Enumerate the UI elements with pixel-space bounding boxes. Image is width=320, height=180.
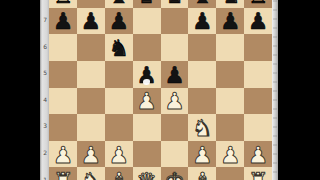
square-c8[interactable]: ♝ xyxy=(105,0,133,8)
square-g7[interactable]: ♟ xyxy=(216,8,244,35)
square-c6[interactable]: ♞ xyxy=(105,34,133,61)
square-e4[interactable]: ♟ xyxy=(161,88,189,115)
square-f1[interactable]: ♝ xyxy=(188,167,216,180)
square-f8[interactable]: ♝ xyxy=(188,0,216,8)
piece-black-rook[interactable]: ♜ xyxy=(248,0,269,7)
piece-black-pawn[interactable]: ♟ xyxy=(192,10,213,33)
square-f2[interactable]: ♟ xyxy=(188,141,216,168)
square-f4[interactable] xyxy=(188,88,216,115)
piece-black-rook[interactable]: ♜ xyxy=(53,0,74,7)
rank-label-7: 7 xyxy=(43,17,47,23)
square-d6[interactable] xyxy=(133,34,161,61)
piece-black-pawn[interactable]: ♟ xyxy=(108,10,129,33)
piece-white-pawn[interactable]: ♟ xyxy=(164,90,185,113)
piece-white-pawn[interactable]: ♟ xyxy=(81,144,102,167)
square-e8[interactable]: ♚ xyxy=(161,0,189,8)
piece-white-bishop[interactable]: ♝ xyxy=(192,170,213,180)
square-c5[interactable] xyxy=(105,61,133,88)
square-f7[interactable]: ♟ xyxy=(188,8,216,35)
square-a5[interactable] xyxy=(49,61,77,88)
square-c4[interactable] xyxy=(105,88,133,115)
square-d5[interactable]: ♟ xyxy=(133,61,161,88)
square-h1[interactable]: ♜ xyxy=(244,167,272,180)
square-d4[interactable]: ♟ xyxy=(133,88,161,115)
rank-label-4: 4 xyxy=(43,97,47,103)
square-b1[interactable]: ♞ xyxy=(77,167,105,180)
piece-black-pawn[interactable]: ♟ xyxy=(220,10,241,33)
square-a6[interactable] xyxy=(49,34,77,61)
piece-black-pawn[interactable]: ♟ xyxy=(248,10,269,33)
piece-black-bishop[interactable]: ♝ xyxy=(192,0,213,7)
square-a2[interactable]: ♟ xyxy=(49,141,77,168)
square-h2[interactable]: ♟ xyxy=(244,141,272,168)
square-h8[interactable]: ♜ xyxy=(244,0,272,8)
rank-label-5: 5 xyxy=(43,70,47,76)
piece-black-pawn[interactable]: ♟ xyxy=(53,10,74,33)
left-coordinate-gutter: 87654321 xyxy=(40,0,49,180)
square-a4[interactable] xyxy=(49,88,77,115)
piece-black-knight[interactable]: ♞ xyxy=(108,37,129,60)
square-b5[interactable] xyxy=(77,61,105,88)
square-d3[interactable] xyxy=(133,114,161,141)
piece-white-king[interactable]: ♚ xyxy=(164,170,185,180)
square-d8[interactable]: ♛ xyxy=(133,0,161,8)
piece-white-pawn[interactable]: ♟ xyxy=(136,90,157,113)
square-h6[interactable] xyxy=(244,34,272,61)
piece-white-knight[interactable]: ♞ xyxy=(192,117,213,140)
rank-label-6: 6 xyxy=(43,44,47,50)
square-g1[interactable] xyxy=(216,167,244,180)
square-c7[interactable]: ♟ xyxy=(105,8,133,35)
square-d7[interactable] xyxy=(133,8,161,35)
square-a7[interactable]: ♟ xyxy=(49,8,77,35)
square-h3[interactable] xyxy=(244,114,272,141)
piece-white-rook[interactable]: ♜ xyxy=(53,170,74,180)
piece-white-pawn[interactable]: ♟ xyxy=(220,144,241,167)
piece-white-pawn[interactable]: ♟ xyxy=(248,144,269,167)
square-b7[interactable]: ♟ xyxy=(77,8,105,35)
piece-white-pawn[interactable]: ♟ xyxy=(192,144,213,167)
square-h7[interactable]: ♟ xyxy=(244,8,272,35)
square-a3[interactable] xyxy=(49,114,77,141)
piece-black-king[interactable]: ♚ xyxy=(164,0,185,7)
piece-white-knight[interactable]: ♞ xyxy=(81,170,102,180)
square-f5[interactable] xyxy=(188,61,216,88)
square-e2[interactable] xyxy=(161,141,189,168)
square-g5[interactable] xyxy=(216,61,244,88)
square-h5[interactable] xyxy=(244,61,272,88)
piece-white-pawn[interactable]: ♟ xyxy=(108,144,129,167)
piece-black-queen[interactable]: ♛ xyxy=(136,0,157,7)
square-b3[interactable] xyxy=(77,114,105,141)
piece-black-knight[interactable]: ♞ xyxy=(220,0,241,7)
piece-white-bishop[interactable]: ♝ xyxy=(108,170,129,180)
square-e3[interactable] xyxy=(161,114,189,141)
piece-black-bishop[interactable]: ♝ xyxy=(108,0,129,7)
square-g3[interactable] xyxy=(216,114,244,141)
right-scrollbar[interactable] xyxy=(272,0,278,180)
square-d1[interactable]: ♛ xyxy=(133,167,161,180)
square-b2[interactable]: ♟ xyxy=(77,141,105,168)
piece-black-pawn[interactable]: ♟ xyxy=(164,64,185,87)
square-f3[interactable]: ♞ xyxy=(188,114,216,141)
chess-board[interactable]: ♜♝♛♚♝♞♜♟♟♟♟♟♟♞♟♟♟♟♞♟♟♟♟♟♟♜♞♝♛♚♝♜ xyxy=(49,0,273,180)
piece-white-pawn[interactable]: ♟ xyxy=(53,144,74,167)
rank-label-2: 2 xyxy=(43,150,47,156)
square-g4[interactable] xyxy=(216,88,244,115)
square-c3[interactable] xyxy=(105,114,133,141)
square-f6[interactable] xyxy=(188,34,216,61)
square-b8[interactable] xyxy=(77,0,105,8)
piece-white-queen[interactable]: ♛ xyxy=(136,170,157,180)
square-a1[interactable]: ♜ xyxy=(49,167,77,180)
rank-label-3: 3 xyxy=(43,123,47,129)
video-frame: 87654321 ♜♝♛♚♝♞♜♟♟♟♟♟♟♞♟♟♟♟♞♟♟♟♟♟♟♜♞♝♛♚♝… xyxy=(0,0,320,180)
square-g8[interactable]: ♞ xyxy=(216,0,244,8)
square-d2[interactable] xyxy=(133,141,161,168)
rank-label-1: 1 xyxy=(43,177,47,180)
square-c1[interactable]: ♝ xyxy=(105,167,133,180)
square-h4[interactable] xyxy=(244,88,272,115)
square-g6[interactable] xyxy=(216,34,244,61)
square-e5[interactable]: ♟ xyxy=(161,61,189,88)
square-b4[interactable] xyxy=(77,88,105,115)
square-g2[interactable]: ♟ xyxy=(216,141,244,168)
square-e6[interactable] xyxy=(161,34,189,61)
square-b6[interactable] xyxy=(77,34,105,61)
square-e7[interactable] xyxy=(161,8,189,35)
square-e1[interactable]: ♚ xyxy=(161,167,189,180)
square-c2[interactable]: ♟ xyxy=(105,141,133,168)
piece-black-pawn[interactable]: ♟ xyxy=(81,10,102,33)
square-a8[interactable]: ♜ xyxy=(49,0,77,8)
piece-white-rook[interactable]: ♜ xyxy=(248,170,269,180)
highlight-dot xyxy=(143,79,150,85)
